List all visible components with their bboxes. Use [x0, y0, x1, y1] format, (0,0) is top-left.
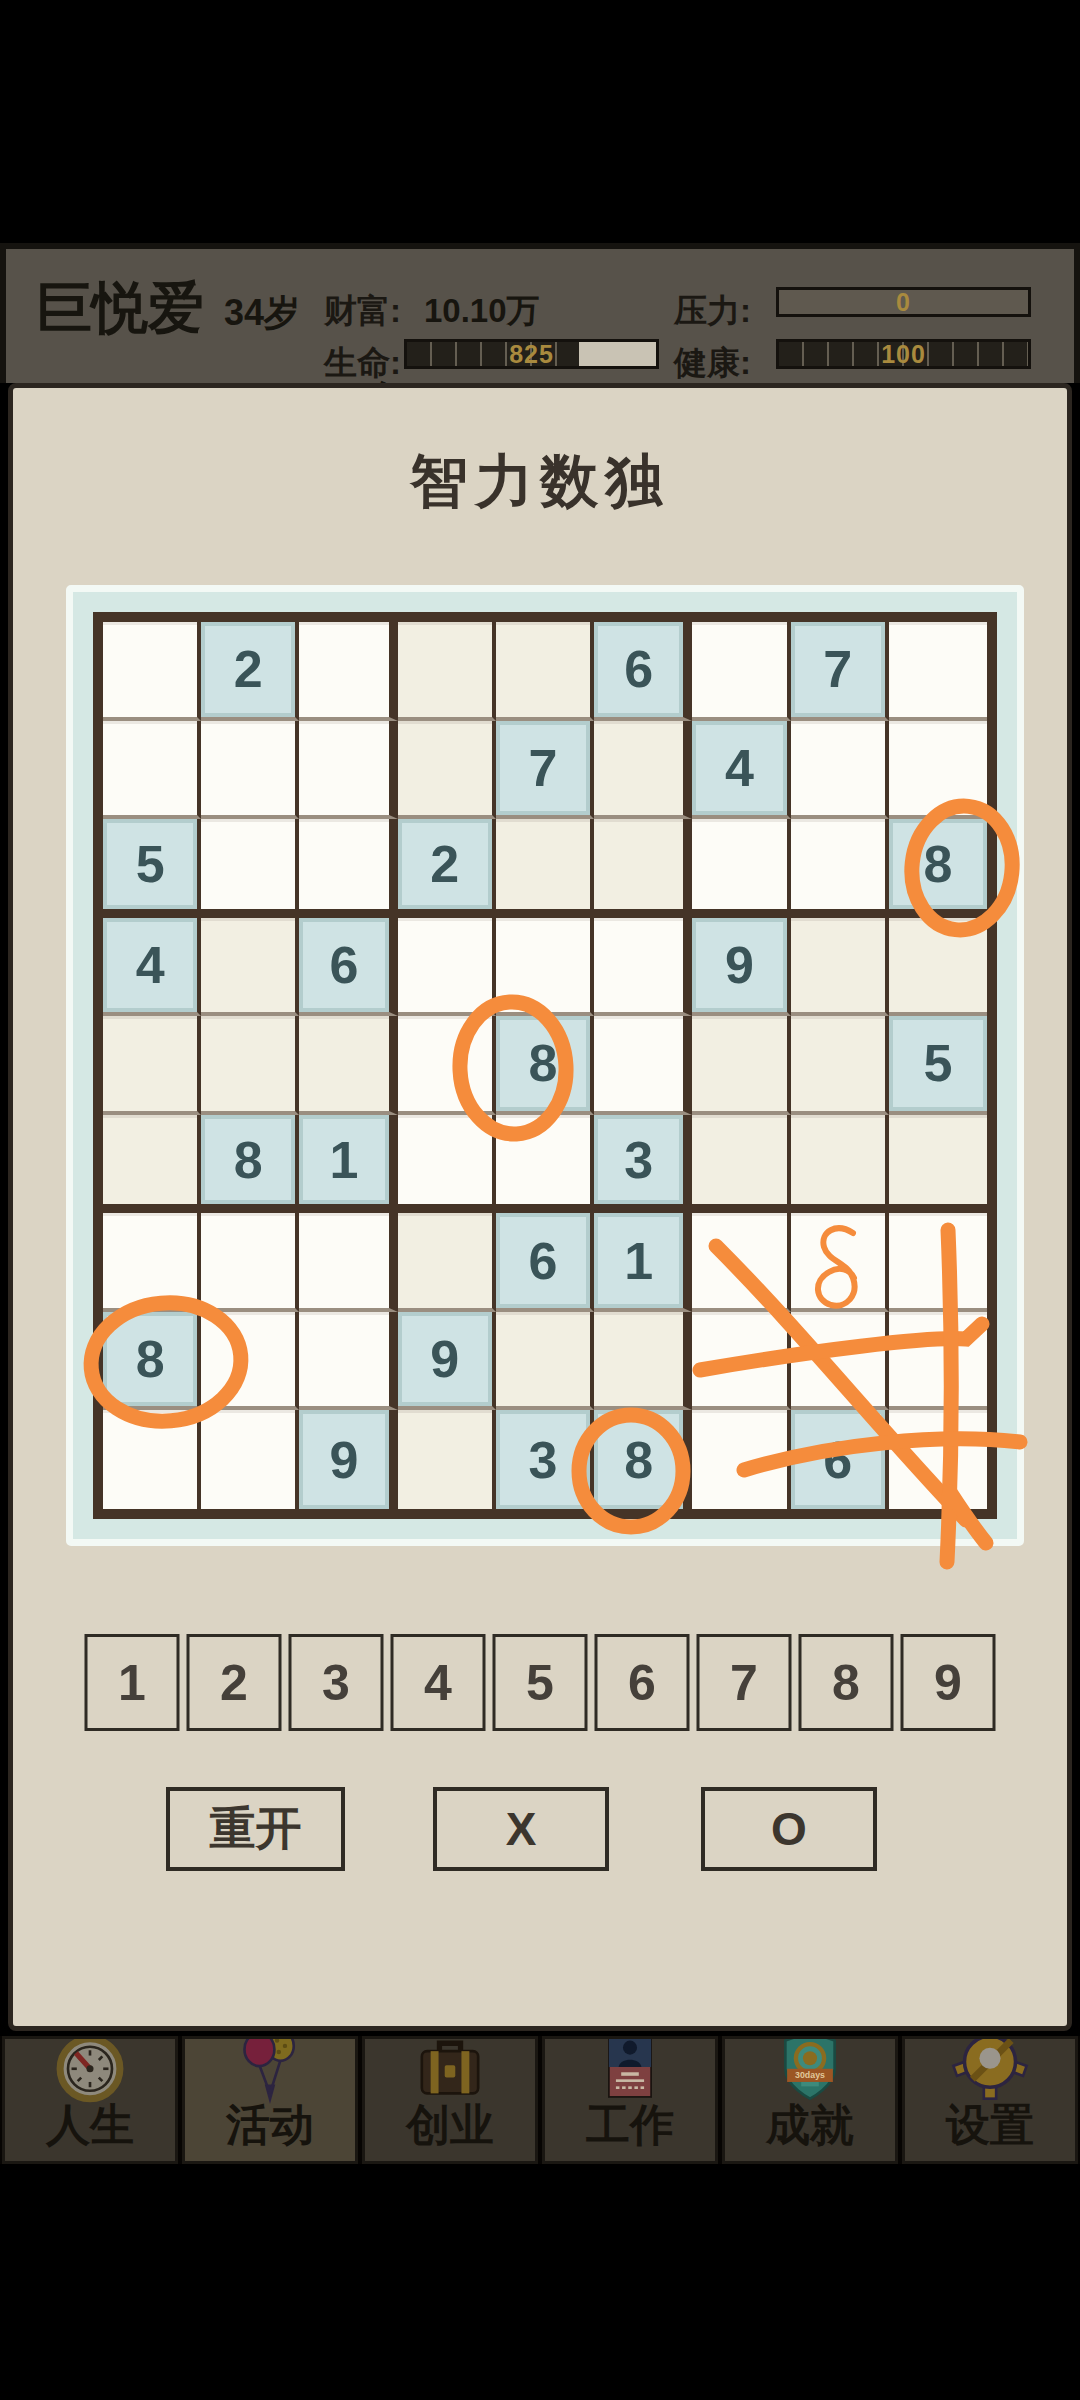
sudoku-cell-r2c4[interactable]: [398, 721, 496, 820]
number-button-6[interactable]: 6: [595, 1634, 690, 1731]
sudoku-cell-r8c5[interactable]: [496, 1312, 594, 1411]
bottom-nav: 人生 活动 创业: [0, 2036, 1080, 2164]
sudoku-cell-r6c7[interactable]: [692, 1115, 790, 1214]
sudoku-cell-r7c4[interactable]: [398, 1213, 496, 1312]
sudoku-cell-r9c1[interactable]: [103, 1410, 201, 1509]
sudoku-cell-r6c3[interactable]: 1: [299, 1115, 397, 1214]
sudoku-cell-r4c4[interactable]: [398, 918, 496, 1017]
sudoku-cell-r3c6[interactable]: [594, 819, 692, 918]
sudoku-cell-r5c6[interactable]: [594, 1016, 692, 1115]
sudoku-cell-r4c2[interactable]: [201, 918, 299, 1017]
nav-tab-work[interactable]: 工作: [542, 2036, 718, 2164]
sudoku-cell-r8c9[interactable]: [889, 1312, 987, 1411]
sudoku-cell-r9c3[interactable]: 9: [299, 1410, 397, 1509]
sudoku-cell-r7c2[interactable]: [201, 1213, 299, 1312]
wealth-value: 10.10万: [424, 289, 540, 334]
sudoku-cell-r7c1[interactable]: [103, 1213, 201, 1312]
sudoku-cell-r2c9[interactable]: [889, 721, 987, 820]
sudoku-cell-r2c2[interactable]: [201, 721, 299, 820]
sudoku-cell-r2c5[interactable]: 7: [496, 721, 594, 820]
sudoku-cell-r4c3[interactable]: 6: [299, 918, 397, 1017]
sudoku-cell-r6c5[interactable]: [496, 1115, 594, 1214]
sudoku-cell-r9c8[interactable]: 6: [791, 1410, 889, 1509]
sudoku-cell-r1c6[interactable]: 6: [594, 622, 692, 721]
sudoku-cell-r8c4[interactable]: 9: [398, 1312, 496, 1411]
sudoku-cell-r9c9[interactable]: [889, 1410, 987, 1509]
sudoku-cell-r9c5[interactable]: 3: [496, 1410, 594, 1509]
life-bar: 825: [404, 339, 659, 369]
number-button-row: 123456789: [85, 1634, 996, 1731]
sudoku-cell-r3c5[interactable]: [496, 819, 594, 918]
sudoku-cell-r4c1[interactable]: 4: [103, 918, 201, 1017]
sudoku-cell-r9c4[interactable]: [398, 1410, 496, 1509]
nav-label-achievement: 成就: [725, 2096, 895, 2155]
sudoku-cell-r8c2[interactable]: [201, 1312, 299, 1411]
sudoku-cell-r6c8[interactable]: [791, 1115, 889, 1214]
sudoku-cell-r5c7[interactable]: [692, 1016, 790, 1115]
number-button-9[interactable]: 9: [901, 1634, 996, 1731]
sudoku-cell-r1c1[interactable]: [103, 622, 201, 721]
sudoku-cell-r7c3[interactable]: [299, 1213, 397, 1312]
sudoku-cell-r3c2[interactable]: [201, 819, 299, 918]
sudoku-cell-r3c3[interactable]: [299, 819, 397, 918]
screen: { "game": "sudoku", "position": ".2...6.…: [0, 0, 1080, 2400]
sudoku-cell-r3c4[interactable]: 2: [398, 819, 496, 918]
sudoku-cell-r8c3[interactable]: [299, 1312, 397, 1411]
sudoku-cell-r9c2[interactable]: [201, 1410, 299, 1509]
sudoku-cell-r8c8[interactable]: [791, 1312, 889, 1411]
sudoku-cell-r4c9[interactable]: [889, 918, 987, 1017]
sudoku-cell-r3c7[interactable]: [692, 819, 790, 918]
nav-label-activity: 活动: [185, 2096, 355, 2155]
sudoku-cell-r4c8[interactable]: [791, 918, 889, 1017]
sudoku-cell-r1c4[interactable]: [398, 622, 496, 721]
sudoku-cell-r2c3[interactable]: [299, 721, 397, 820]
sudoku-cell-r6c2[interactable]: 8: [201, 1115, 299, 1214]
sudoku-cell-r7c9[interactable]: [889, 1213, 987, 1312]
nav-tab-activity[interactable]: 活动: [182, 2036, 358, 2164]
sudoku-cell-r3c8[interactable]: [791, 819, 889, 918]
wealth-label: 财富:: [324, 289, 401, 334]
health-bar: 100: [776, 339, 1031, 369]
sudoku-cell-r5c8[interactable]: [791, 1016, 889, 1115]
number-button-3[interactable]: 3: [289, 1634, 384, 1731]
sudoku-cell-r7c5[interactable]: 6: [496, 1213, 594, 1312]
sudoku-cell-r2c1[interactable]: [103, 721, 201, 820]
sudoku-cell-r5c3[interactable]: [299, 1016, 397, 1115]
date-text-clipped: 33年5月1日: [306, 373, 585, 383]
sudoku-board: 267745284698581361899386: [93, 612, 997, 1519]
sudoku-cell-r7c7[interactable]: [692, 1213, 790, 1312]
number-button-4[interactable]: 4: [391, 1634, 486, 1731]
sudoku-cell-r1c8[interactable]: 7: [791, 622, 889, 721]
sudoku-cell-r9c6[interactable]: 8: [594, 1410, 692, 1509]
sudoku-cell-r8c6[interactable]: [594, 1312, 692, 1411]
dialog-title: 智力数独: [13, 443, 1067, 521]
sudoku-cell-r8c1[interactable]: 8: [103, 1312, 201, 1411]
sudoku-cell-r6c1[interactable]: [103, 1115, 201, 1214]
sudoku-cell-r5c5[interactable]: 8: [496, 1016, 594, 1115]
nav-tab-business[interactable]: 创业: [362, 2036, 538, 2164]
mark-o-button[interactable]: O: [701, 1787, 877, 1871]
life-bar-value: 825: [407, 342, 656, 366]
sudoku-cell-r1c5[interactable]: [496, 622, 594, 721]
number-button-5[interactable]: 5: [493, 1634, 588, 1731]
sudoku-cell-r7c8[interactable]: [791, 1213, 889, 1312]
sudoku-cell-r3c1[interactable]: 5: [103, 819, 201, 918]
pressure-label: 压力:: [674, 289, 751, 334]
number-button-7[interactable]: 7: [697, 1634, 792, 1731]
pressure-bar-value: 0: [779, 290, 1028, 314]
sudoku-cell-r5c1[interactable]: [103, 1016, 201, 1115]
sudoku-cell-r4c5[interactable]: [496, 918, 594, 1017]
sudoku-cell-r5c9[interactable]: 5: [889, 1016, 987, 1115]
nav-tab-settings[interactable]: 设置: [902, 2036, 1078, 2164]
sudoku-board-frame: 267745284698581361899386: [66, 585, 1024, 1546]
sudoku-cell-r1c2[interactable]: 2: [201, 622, 299, 721]
sudoku-cell-r4c6[interactable]: [594, 918, 692, 1017]
sudoku-cell-r3c9[interactable]: 8: [889, 819, 987, 918]
sudoku-cell-r6c9[interactable]: [889, 1115, 987, 1214]
mark-x-button[interactable]: X: [433, 1787, 609, 1871]
nav-tab-life[interactable]: 人生: [2, 2036, 178, 2164]
svg-text:30days: 30days: [795, 2070, 825, 2080]
pressure-bar: 0: [776, 287, 1031, 317]
sudoku-cell-r5c4[interactable]: [398, 1016, 496, 1115]
nav-label-settings: 设置: [905, 2096, 1075, 2155]
sudoku-dialog: 智力数独 267745284698581361899386 123456789 …: [8, 383, 1072, 2031]
number-button-1[interactable]: 1: [85, 1634, 180, 1731]
sudoku-cell-r1c7[interactable]: [692, 622, 790, 721]
nav-label-achievements-work: 工作: [545, 2096, 715, 2155]
sudoku-cell-r1c3[interactable]: [299, 622, 397, 721]
nav-label-business: 创业: [365, 2096, 535, 2155]
sudoku-cell-r6c6[interactable]: 3: [594, 1115, 692, 1214]
sudoku-cell-r8c7[interactable]: [692, 1312, 790, 1411]
health-label: 健康:: [674, 341, 751, 383]
number-button-2[interactable]: 2: [187, 1634, 282, 1731]
sudoku-cell-r6c4[interactable]: [398, 1115, 496, 1214]
sudoku-cell-r7c6[interactable]: 1: [594, 1213, 692, 1312]
status-bar: 巨悦爱 34岁 财富: 10.10万 压力: 0 生命: 825 健康: 100…: [0, 243, 1080, 383]
nav-tab-achievement[interactable]: 30days 成就: [722, 2036, 898, 2164]
player-age: 34岁: [224, 289, 300, 338]
sudoku-cell-r2c8[interactable]: [791, 721, 889, 820]
sudoku-cell-r2c7[interactable]: 4: [692, 721, 790, 820]
sudoku-cell-r1c9[interactable]: [889, 622, 987, 721]
sudoku-cell-r4c7[interactable]: 9: [692, 918, 790, 1017]
nav-label-life: 人生: [5, 2096, 175, 2155]
restart-button[interactable]: 重开: [166, 1787, 345, 1871]
sudoku-cell-r5c2[interactable]: [201, 1016, 299, 1115]
player-name: 巨悦爱: [36, 271, 204, 347]
health-bar-value: 100: [779, 342, 1028, 366]
number-button-8[interactable]: 8: [799, 1634, 894, 1731]
sudoku-cell-r2c6[interactable]: [594, 721, 692, 820]
sudoku-cell-r9c7[interactable]: [692, 1410, 790, 1509]
